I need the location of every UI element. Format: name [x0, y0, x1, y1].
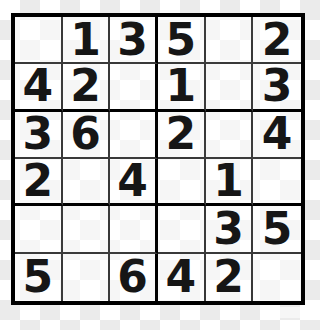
- cell-r1c2-given-1[interactable]: 1: [63, 17, 111, 64]
- cell-r5c4-empty[interactable]: [158, 206, 206, 253]
- cell-r3c2-given-6[interactable]: 6: [63, 112, 111, 159]
- cell-r6c2-empty[interactable]: [63, 254, 111, 301]
- cell-r1c3-given-3[interactable]: 3: [110, 17, 158, 64]
- cell-r2c1-given-4[interactable]: 4: [15, 64, 63, 111]
- cell-r6c5-given-2[interactable]: 2: [206, 254, 254, 301]
- cell-r4c3-given-4[interactable]: 4: [110, 159, 158, 206]
- cell-r1c1-empty[interactable]: [15, 17, 63, 64]
- cell-r3c5-empty[interactable]: [206, 112, 254, 159]
- cell-r3c1-given-3[interactable]: 3: [15, 112, 63, 159]
- cell-r3c4-given-2[interactable]: 2: [158, 112, 206, 159]
- cell-r6c4-given-4[interactable]: 4: [158, 254, 206, 301]
- cell-r2c5-empty[interactable]: [206, 64, 254, 111]
- cell-r4c1-given-2[interactable]: 2: [15, 159, 63, 206]
- cell-r4c2-empty[interactable]: [63, 159, 111, 206]
- cell-r2c6-given-3[interactable]: 3: [253, 64, 301, 111]
- watermark: [272, 307, 303, 318]
- cell-r3c6-given-4[interactable]: 4: [253, 112, 301, 159]
- cell-r5c2-empty[interactable]: [63, 206, 111, 253]
- sudoku-board: 135242133624241355642: [11, 13, 305, 305]
- cell-r4c4-empty[interactable]: [158, 159, 206, 206]
- cell-r6c6-empty[interactable]: [253, 254, 301, 301]
- cell-r4c5-given-1[interactable]: 1: [206, 159, 254, 206]
- cell-r2c4-given-1[interactable]: 1: [158, 64, 206, 111]
- cell-r2c2-given-2[interactable]: 2: [63, 64, 111, 111]
- cell-r3c3-empty[interactable]: [110, 112, 158, 159]
- cell-r2c3-empty[interactable]: [110, 64, 158, 111]
- cell-r5c5-given-3[interactable]: 3: [206, 206, 254, 253]
- cell-r1c5-empty[interactable]: [206, 17, 254, 64]
- cell-r6c1-given-5[interactable]: 5: [15, 254, 63, 301]
- cell-r1c4-given-5[interactable]: 5: [158, 17, 206, 64]
- cell-r6c3-given-6[interactable]: 6: [110, 254, 158, 301]
- cell-r5c1-empty[interactable]: [15, 206, 63, 253]
- cell-r5c3-empty[interactable]: [110, 206, 158, 253]
- cell-r5c6-given-5[interactable]: 5: [253, 206, 301, 253]
- cell-r4c6-empty[interactable]: [253, 159, 301, 206]
- cell-r1c6-given-2[interactable]: 2: [253, 17, 301, 64]
